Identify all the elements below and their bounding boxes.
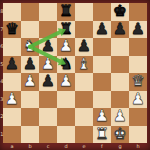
file-label-c: c bbox=[39, 144, 57, 149]
square-b1[interactable] bbox=[21, 126, 39, 144]
square-c7[interactable] bbox=[39, 21, 57, 39]
white-pawn-d4[interactable]: ♟ bbox=[57, 73, 75, 91]
square-h7[interactable]: ♟ bbox=[129, 21, 147, 39]
square-g8[interactable]: ♚ bbox=[111, 3, 129, 21]
square-a5[interactable]: ♟ bbox=[3, 56, 21, 74]
square-b5[interactable]: ♟ bbox=[21, 56, 39, 74]
white-knight-b6[interactable]: ♞ bbox=[21, 38, 39, 56]
rank-label-6: 6 bbox=[0, 44, 4, 49]
square-a7[interactable]: ♛ bbox=[3, 21, 21, 39]
square-e4[interactable] bbox=[75, 73, 93, 91]
square-d6[interactable]: ♟ bbox=[57, 38, 75, 56]
white-pawn-f2[interactable]: ♟ bbox=[93, 108, 111, 126]
square-a8[interactable] bbox=[3, 3, 21, 21]
chessboard-screenshot: ♜♚♛♜♟♟♟♞♟♟♟♟♟♟♞♝♟♟♟♛♟♟♟♟♜♚ 87654321abcde… bbox=[0, 0, 150, 150]
white-king-g1[interactable]: ♚ bbox=[111, 126, 129, 144]
square-e6[interactable]: ♟ bbox=[75, 38, 93, 56]
black-rook-d7[interactable]: ♜ bbox=[57, 21, 75, 39]
rank-label-3: 3 bbox=[0, 97, 4, 102]
square-h4[interactable]: ♛ bbox=[129, 73, 147, 91]
black-pawn-g7[interactable]: ♟ bbox=[111, 21, 129, 39]
square-e3[interactable] bbox=[75, 91, 93, 109]
square-f3[interactable] bbox=[93, 91, 111, 109]
black-rook-d8[interactable]: ♜ bbox=[57, 3, 75, 21]
square-d8[interactable]: ♜ bbox=[57, 3, 75, 21]
square-g7[interactable]: ♟ bbox=[111, 21, 129, 39]
square-f5[interactable] bbox=[93, 56, 111, 74]
file-label-b: b bbox=[21, 144, 39, 149]
black-king-g8[interactable]: ♚ bbox=[111, 3, 129, 21]
white-pawn-g2[interactable]: ♟ bbox=[111, 108, 129, 126]
square-c8[interactable] bbox=[39, 3, 57, 21]
square-f7[interactable]: ♟ bbox=[93, 21, 111, 39]
square-h2[interactable] bbox=[129, 108, 147, 126]
square-a6[interactable] bbox=[3, 38, 21, 56]
square-g6[interactable] bbox=[111, 38, 129, 56]
black-pawn-c4[interactable]: ♟ bbox=[39, 73, 57, 91]
white-rook-f1[interactable]: ♜ bbox=[93, 126, 111, 144]
square-g2[interactable]: ♟ bbox=[111, 108, 129, 126]
square-h5[interactable] bbox=[129, 56, 147, 74]
square-b7[interactable] bbox=[21, 21, 39, 39]
file-label-f: f bbox=[93, 144, 111, 149]
square-b8[interactable] bbox=[21, 3, 39, 21]
square-e1[interactable] bbox=[75, 126, 93, 144]
square-h1[interactable] bbox=[129, 126, 147, 144]
rank-label-4: 4 bbox=[0, 79, 4, 84]
white-queen-h4[interactable]: ♛ bbox=[129, 73, 147, 91]
white-pawn-b4[interactable]: ♟ bbox=[21, 73, 39, 91]
rank-label-8: 8 bbox=[0, 9, 4, 14]
square-f4[interactable] bbox=[93, 73, 111, 91]
square-f8[interactable] bbox=[93, 3, 111, 21]
black-pawn-a5[interactable]: ♟ bbox=[3, 56, 21, 74]
square-d1[interactable] bbox=[57, 126, 75, 144]
square-d4[interactable]: ♟ bbox=[57, 73, 75, 91]
file-label-g: g bbox=[111, 144, 129, 149]
square-b2[interactable] bbox=[21, 108, 39, 126]
square-f2[interactable]: ♟ bbox=[93, 108, 111, 126]
square-e2[interactable] bbox=[75, 108, 93, 126]
file-label-d: d bbox=[57, 144, 75, 149]
square-d3[interactable] bbox=[57, 91, 75, 109]
white-pawn-c5[interactable]: ♟ bbox=[39, 56, 57, 74]
square-a4[interactable] bbox=[3, 73, 21, 91]
square-c5[interactable]: ♟ bbox=[39, 56, 57, 74]
white-pawn-h3[interactable]: ♟ bbox=[129, 91, 147, 109]
square-g4[interactable] bbox=[111, 73, 129, 91]
square-b6[interactable]: ♞ bbox=[21, 38, 39, 56]
black-pawn-c6[interactable]: ♟ bbox=[39, 38, 57, 56]
rank-label-1: 1 bbox=[0, 132, 4, 137]
black-pawn-b5[interactable]: ♟ bbox=[21, 56, 39, 74]
rank-label-5: 5 bbox=[0, 62, 4, 67]
file-label-e: e bbox=[75, 144, 93, 149]
square-f1[interactable]: ♜ bbox=[93, 126, 111, 144]
white-pawn-a3[interactable]: ♟ bbox=[3, 91, 21, 109]
white-pawn-d6[interactable]: ♟ bbox=[57, 38, 75, 56]
square-a1[interactable] bbox=[3, 126, 21, 144]
square-d2[interactable] bbox=[57, 108, 75, 126]
square-g5[interactable] bbox=[111, 56, 129, 74]
black-knight-d5[interactable]: ♞ bbox=[57, 56, 75, 74]
square-e5[interactable]: ♝ bbox=[75, 56, 93, 74]
chess-board: ♜♚♛♜♟♟♟♞♟♟♟♟♟♟♞♝♟♟♟♛♟♟♟♟♜♚ bbox=[3, 3, 147, 143]
square-a2[interactable] bbox=[3, 108, 21, 126]
square-b3[interactable] bbox=[21, 91, 39, 109]
white-bishop-e5[interactable]: ♝ bbox=[75, 56, 93, 74]
square-c6[interactable]: ♟ bbox=[39, 38, 57, 56]
black-queen-a7[interactable]: ♛ bbox=[3, 21, 21, 39]
square-c4[interactable]: ♟ bbox=[39, 73, 57, 91]
square-c3[interactable] bbox=[39, 91, 57, 109]
black-pawn-f7[interactable]: ♟ bbox=[93, 21, 111, 39]
square-a3[interactable]: ♟ bbox=[3, 91, 21, 109]
square-d5[interactable]: ♞ bbox=[57, 56, 75, 74]
rank-label-7: 7 bbox=[0, 27, 4, 32]
square-h6[interactable] bbox=[129, 38, 147, 56]
square-h8[interactable] bbox=[129, 3, 147, 21]
square-b4[interactable]: ♟ bbox=[21, 73, 39, 91]
rank-label-2: 2 bbox=[0, 114, 4, 119]
square-c2[interactable] bbox=[39, 108, 57, 126]
file-label-h: h bbox=[129, 144, 147, 149]
square-f6[interactable] bbox=[93, 38, 111, 56]
black-pawn-h7[interactable]: ♟ bbox=[129, 21, 147, 39]
square-g3[interactable] bbox=[111, 91, 129, 109]
square-g1[interactable]: ♚ bbox=[111, 126, 129, 144]
file-label-a: a bbox=[3, 144, 21, 149]
square-e8[interactable] bbox=[75, 3, 93, 21]
black-pawn-e6[interactable]: ♟ bbox=[75, 38, 93, 56]
square-c1[interactable] bbox=[39, 126, 57, 144]
square-h3[interactable]: ♟ bbox=[129, 91, 147, 109]
square-d7[interactable]: ♜ bbox=[57, 21, 75, 39]
square-e7[interactable] bbox=[75, 21, 93, 39]
